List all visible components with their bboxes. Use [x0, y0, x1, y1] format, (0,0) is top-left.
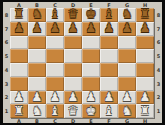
square-b3[interactable]	[28, 77, 46, 91]
square-e2[interactable]: ♟	[82, 91, 100, 105]
rank-label-right-6: 6	[155, 36, 162, 50]
square-f7[interactable]: ♟	[100, 22, 118, 36]
rank-label-left-6: 6	[3, 36, 10, 50]
black-pawn-piece: ♟	[86, 22, 97, 35]
rank-label-right-7: 7	[155, 22, 162, 36]
square-b8[interactable]: ♞	[28, 8, 46, 22]
square-a5[interactable]	[10, 49, 28, 63]
square-g6[interactable]	[118, 36, 136, 50]
white-pawn-piece: ♟	[122, 91, 133, 104]
file-label-bottom-e: E	[82, 118, 100, 124]
square-c8[interactable]: ♝	[46, 8, 64, 22]
square-d7[interactable]: ♟	[64, 22, 82, 36]
rank-label-right-3: 3	[155, 77, 162, 91]
square-g4[interactable]	[118, 63, 136, 77]
square-h6[interactable]	[136, 36, 154, 50]
square-h4[interactable]	[136, 63, 154, 77]
file-label-bottom-g: G	[118, 118, 136, 124]
square-d6[interactable]	[64, 36, 82, 50]
rank-label-left-3: 3	[3, 77, 10, 91]
square-h7[interactable]: ♟	[136, 22, 154, 36]
square-c6[interactable]	[46, 36, 64, 50]
square-d1[interactable]: ♛	[64, 104, 82, 118]
square-g5[interactable]	[118, 49, 136, 63]
white-pawn-piece: ♟	[104, 91, 115, 104]
rank-label-right-8: 8	[155, 8, 162, 22]
white-rook-piece: ♜	[14, 105, 25, 118]
square-h2[interactable]: ♟	[136, 91, 154, 105]
white-bishop-piece: ♝	[104, 105, 115, 118]
square-a4[interactable]	[10, 63, 28, 77]
rank-label-right-5: 5	[155, 49, 162, 63]
black-bishop-piece: ♝	[104, 8, 115, 21]
white-pawn-piece: ♟	[14, 91, 25, 104]
square-g1[interactable]: ♞	[118, 104, 136, 118]
square-a3[interactable]	[10, 77, 28, 91]
black-pawn-piece: ♟	[68, 22, 79, 35]
rank-labels-right: 87654321	[155, 8, 162, 118]
white-pawn-piece: ♟	[68, 91, 79, 104]
file-label-bottom-f: F	[100, 118, 118, 124]
square-c5[interactable]	[46, 49, 64, 63]
square-c1[interactable]: ♝	[46, 104, 64, 118]
square-b6[interactable]	[28, 36, 46, 50]
square-a6[interactable]	[10, 36, 28, 50]
black-pawn-piece: ♟	[50, 22, 61, 35]
square-e3[interactable]	[82, 77, 100, 91]
square-g2[interactable]: ♟	[118, 91, 136, 105]
black-knight-piece: ♞	[32, 8, 43, 21]
square-h8[interactable]: ♜	[136, 8, 154, 22]
square-b7[interactable]: ♟	[28, 22, 46, 36]
rank-label-left-1: 1	[3, 104, 10, 118]
black-pawn-piece: ♟	[14, 22, 25, 35]
square-g7[interactable]: ♟	[118, 22, 136, 36]
square-f4[interactable]	[100, 63, 118, 77]
square-a7[interactable]: ♟	[10, 22, 28, 36]
square-b2[interactable]: ♟	[28, 91, 46, 105]
square-b5[interactable]	[28, 49, 46, 63]
square-e1[interactable]: ♚	[82, 104, 100, 118]
white-king-piece: ♚	[86, 105, 97, 118]
square-d3[interactable]	[64, 77, 82, 91]
white-rook-piece: ♜	[140, 105, 151, 118]
square-a1[interactable]: ♜	[10, 104, 28, 118]
square-b4[interactable]	[28, 63, 46, 77]
rank-label-right-1: 1	[155, 104, 162, 118]
square-d5[interactable]	[64, 49, 82, 63]
white-queen-piece: ♛	[68, 105, 79, 118]
square-e8[interactable]: ♚	[82, 8, 100, 22]
square-f1[interactable]: ♝	[100, 104, 118, 118]
square-h5[interactable]	[136, 49, 154, 63]
chess-app-screen: ABCDEFGH ABCDEFGH 87654321 87654321 ♜♞♝♛…	[0, 0, 165, 125]
white-knight-piece: ♞	[122, 105, 133, 118]
square-f2[interactable]: ♟	[100, 91, 118, 105]
black-pawn-piece: ♟	[104, 22, 115, 35]
square-f6[interactable]	[100, 36, 118, 50]
white-bishop-piece: ♝	[50, 105, 61, 118]
white-pawn-piece: ♟	[32, 91, 43, 104]
black-pawn-piece: ♟	[140, 22, 151, 35]
file-label-bottom-d: D	[64, 118, 82, 124]
square-a2[interactable]: ♟	[10, 91, 28, 105]
file-label-bottom-b: B	[28, 118, 46, 124]
black-knight-piece: ♞	[122, 8, 133, 21]
square-e6[interactable]	[82, 36, 100, 50]
black-pawn-piece: ♟	[32, 22, 43, 35]
black-rook-piece: ♜	[14, 8, 25, 21]
rank-label-right-2: 2	[155, 91, 162, 105]
square-e5[interactable]	[82, 49, 100, 63]
square-c7[interactable]: ♟	[46, 22, 64, 36]
square-f5[interactable]	[100, 49, 118, 63]
rank-label-left-5: 5	[3, 49, 10, 63]
file-label-bottom-a: A	[10, 118, 28, 124]
rank-label-left-7: 7	[3, 22, 10, 36]
square-e4[interactable]	[82, 63, 100, 77]
square-d4[interactable]	[64, 63, 82, 77]
black-bishop-piece: ♝	[50, 8, 61, 21]
square-g8[interactable]: ♞	[118, 8, 136, 22]
square-f3[interactable]	[100, 77, 118, 91]
square-d8[interactable]: ♛	[64, 8, 82, 22]
square-c2[interactable]: ♟	[46, 91, 64, 105]
square-h1[interactable]: ♜	[136, 104, 154, 118]
black-queen-piece: ♛	[68, 8, 79, 21]
white-pawn-piece: ♟	[140, 91, 151, 104]
rank-label-left-4: 4	[3, 63, 10, 77]
rank-labels-left: 87654321	[3, 8, 10, 118]
white-pawn-piece: ♟	[86, 91, 97, 104]
white-knight-piece: ♞	[32, 105, 43, 118]
square-c4[interactable]	[46, 63, 64, 77]
black-king-piece: ♚	[86, 8, 97, 21]
square-h3[interactable]	[136, 77, 154, 91]
square-e7[interactable]: ♟	[82, 22, 100, 36]
black-pawn-piece: ♟	[122, 22, 133, 35]
rank-label-left-2: 2	[3, 91, 10, 105]
black-rook-piece: ♜	[140, 8, 151, 21]
white-pawn-piece: ♟	[50, 91, 61, 104]
file-labels-bottom: ABCDEFGH	[10, 118, 154, 124]
square-f8[interactable]: ♝	[100, 8, 118, 22]
square-d2[interactable]: ♟	[64, 91, 82, 105]
rank-label-right-4: 4	[155, 63, 162, 77]
square-a8[interactable]: ♜	[10, 8, 28, 22]
chess-board: ♜♞♝♛♚♝♞♜♟♟♟♟♟♟♟♟♟♟♟♟♟♟♟♟♜♞♝♛♚♝♞♜	[10, 8, 154, 118]
square-g3[interactable]	[118, 77, 136, 91]
file-label-bottom-c: C	[46, 118, 64, 124]
file-label-bottom-h: H	[136, 118, 154, 124]
square-c3[interactable]	[46, 77, 64, 91]
rank-label-left-8: 8	[3, 8, 10, 22]
square-b1[interactable]: ♞	[28, 104, 46, 118]
